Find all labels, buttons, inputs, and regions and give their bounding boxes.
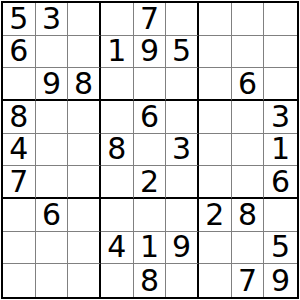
- cell-r5c5[interactable]: [134, 134, 167, 167]
- cell-r9c3[interactable]: [68, 264, 101, 297]
- cell-r4c1-given[interactable]: 8: [3, 101, 36, 134]
- cell-r4c8[interactable]: [232, 101, 265, 134]
- cell-r6c7[interactable]: [199, 166, 232, 199]
- cell-r3c4[interactable]: [101, 68, 134, 101]
- cell-r3c7[interactable]: [199, 68, 232, 101]
- cell-r4c3[interactable]: [68, 101, 101, 134]
- cell-r9c9-given[interactable]: 9: [264, 264, 297, 297]
- cell-r8c2[interactable]: [36, 232, 69, 265]
- cell-r6c9-given[interactable]: 6: [264, 166, 297, 199]
- cell-r1c7[interactable]: [199, 3, 232, 36]
- cell-r1c3[interactable]: [68, 3, 101, 36]
- cell-r7c5[interactable]: [134, 199, 167, 232]
- cell-r4c9-given[interactable]: 3: [264, 101, 297, 134]
- cell-r5c2[interactable]: [36, 134, 69, 167]
- cell-r3c6[interactable]: [166, 68, 199, 101]
- cell-r7c4[interactable]: [101, 199, 134, 232]
- cell-r7c3[interactable]: [68, 199, 101, 232]
- cell-r9c5-given[interactable]: 8: [134, 264, 167, 297]
- cell-r1c2-given[interactable]: 3: [36, 3, 69, 36]
- cell-r6c2[interactable]: [36, 166, 69, 199]
- cell-r4c7[interactable]: [199, 101, 232, 134]
- cell-r2c6-given[interactable]: 5: [166, 36, 199, 69]
- cell-r2c3[interactable]: [68, 36, 101, 69]
- cell-r5c1-given[interactable]: 4: [3, 134, 36, 167]
- cell-r1c8[interactable]: [232, 3, 265, 36]
- cell-r8c7[interactable]: [199, 232, 232, 265]
- cell-r2c1-given[interactable]: 6: [3, 36, 36, 69]
- cell-r3c3-given[interactable]: 8: [68, 68, 101, 101]
- cell-r5c6-given[interactable]: 3: [166, 134, 199, 167]
- cell-r9c2[interactable]: [36, 264, 69, 297]
- cell-r8c3[interactable]: [68, 232, 101, 265]
- sudoku-board: 537619598686348317266284195879: [1, 1, 299, 299]
- cell-r7c2-given[interactable]: 6: [36, 199, 69, 232]
- cell-r9c6[interactable]: [166, 264, 199, 297]
- cell-r2c4-given[interactable]: 1: [101, 36, 134, 69]
- cell-r9c7[interactable]: [199, 264, 232, 297]
- cell-r5c3[interactable]: [68, 134, 101, 167]
- cell-r7c1[interactable]: [3, 199, 36, 232]
- cell-r3c2-given[interactable]: 9: [36, 68, 69, 101]
- cell-r7c8-given[interactable]: 8: [232, 199, 265, 232]
- cell-r9c8-given[interactable]: 7: [232, 264, 265, 297]
- cell-r4c5-given[interactable]: 6: [134, 101, 167, 134]
- cell-r4c2[interactable]: [36, 101, 69, 134]
- cell-r2c5-given[interactable]: 9: [134, 36, 167, 69]
- cell-r4c4[interactable]: [101, 101, 134, 134]
- cell-r3c5[interactable]: [134, 68, 167, 101]
- cell-r8c5-given[interactable]: 1: [134, 232, 167, 265]
- cell-r6c8[interactable]: [232, 166, 265, 199]
- cell-r7c9[interactable]: [264, 199, 297, 232]
- cell-r2c8[interactable]: [232, 36, 265, 69]
- cell-r2c2[interactable]: [36, 36, 69, 69]
- cell-r7c7-given[interactable]: 2: [199, 199, 232, 232]
- cell-r7c6[interactable]: [166, 199, 199, 232]
- cell-r9c4[interactable]: [101, 264, 134, 297]
- cell-r1c5-given[interactable]: 7: [134, 3, 167, 36]
- cell-r8c1[interactable]: [3, 232, 36, 265]
- cell-r1c4[interactable]: [101, 3, 134, 36]
- cell-r5c4-given[interactable]: 8: [101, 134, 134, 167]
- cell-r2c7[interactable]: [199, 36, 232, 69]
- cell-r3c8-given[interactable]: 6: [232, 68, 265, 101]
- cell-r5c9-given[interactable]: 1: [264, 134, 297, 167]
- cell-r2c9[interactable]: [264, 36, 297, 69]
- cell-r8c8[interactable]: [232, 232, 265, 265]
- cell-r8c9-given[interactable]: 5: [264, 232, 297, 265]
- cell-r5c8[interactable]: [232, 134, 265, 167]
- cell-r9c1[interactable]: [3, 264, 36, 297]
- cell-r1c6[interactable]: [166, 3, 199, 36]
- cell-r1c1-given[interactable]: 5: [3, 3, 36, 36]
- cell-r1c9[interactable]: [264, 3, 297, 36]
- cell-r6c4[interactable]: [101, 166, 134, 199]
- cell-r8c6-given[interactable]: 9: [166, 232, 199, 265]
- cell-r6c3[interactable]: [68, 166, 101, 199]
- cell-r3c1[interactable]: [3, 68, 36, 101]
- cell-r3c9[interactable]: [264, 68, 297, 101]
- cell-r6c5-given[interactable]: 2: [134, 166, 167, 199]
- cell-r5c7[interactable]: [199, 134, 232, 167]
- cell-r4c6[interactable]: [166, 101, 199, 134]
- cell-r6c6[interactable]: [166, 166, 199, 199]
- cell-r8c4-given[interactable]: 4: [101, 232, 134, 265]
- cell-r6c1-given[interactable]: 7: [3, 166, 36, 199]
